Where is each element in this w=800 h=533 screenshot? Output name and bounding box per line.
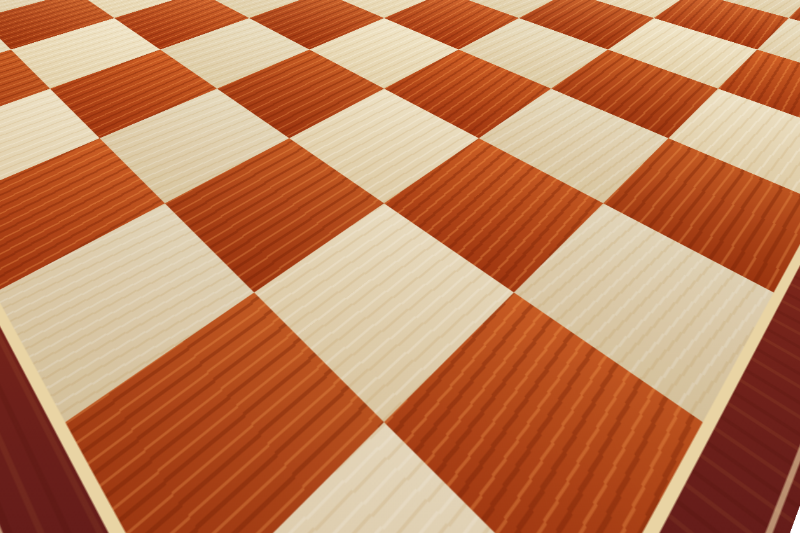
chess-board [0,0,800,533]
photo-background [0,0,800,533]
field-maple-line [0,0,800,533]
board-squares [0,0,800,533]
